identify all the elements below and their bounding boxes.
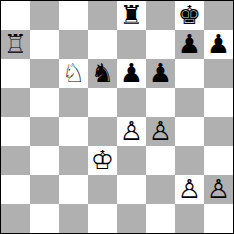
square-d1[interactable] — [88, 204, 117, 233]
square-f6[interactable]: ♟ — [146, 59, 175, 88]
square-d3[interactable]: ♔ — [88, 146, 117, 175]
square-d6[interactable]: ♞ — [88, 59, 117, 88]
square-e5[interactable] — [117, 88, 146, 117]
square-b5[interactable] — [30, 88, 59, 117]
square-g6[interactable] — [175, 59, 204, 88]
piece-white-pawn[interactable]: ♙ — [178, 175, 201, 204]
square-d8[interactable] — [88, 1, 117, 30]
square-g2[interactable]: ♙ — [175, 175, 204, 204]
piece-white-pawn[interactable]: ♙ — [207, 175, 230, 204]
piece-black-king[interactable]: ♚ — [178, 1, 201, 30]
square-e8[interactable]: ♜ — [117, 1, 146, 30]
piece-white-rook[interactable]: ♖ — [4, 30, 27, 59]
square-e3[interactable] — [117, 146, 146, 175]
square-a5[interactable] — [1, 88, 30, 117]
square-a7[interactable]: ♖ — [1, 30, 30, 59]
square-g4[interactable] — [175, 117, 204, 146]
square-f3[interactable] — [146, 146, 175, 175]
square-a6[interactable] — [1, 59, 30, 88]
square-c3[interactable] — [59, 146, 88, 175]
piece-white-king[interactable]: ♔ — [91, 146, 114, 175]
square-h1[interactable] — [204, 204, 233, 233]
square-a8[interactable] — [1, 1, 30, 30]
square-h5[interactable] — [204, 88, 233, 117]
square-h6[interactable] — [204, 59, 233, 88]
square-b1[interactable] — [30, 204, 59, 233]
square-c1[interactable] — [59, 204, 88, 233]
chess-diagram: ♜♚♖♟♟♘♞♟♟♙♙♔♙♙ — [0, 0, 234, 234]
square-f1[interactable] — [146, 204, 175, 233]
square-g3[interactable] — [175, 146, 204, 175]
square-g5[interactable] — [175, 88, 204, 117]
square-c8[interactable] — [59, 1, 88, 30]
piece-white-pawn[interactable]: ♙ — [120, 117, 143, 146]
square-e2[interactable] — [117, 175, 146, 204]
square-c7[interactable] — [59, 30, 88, 59]
piece-black-pawn[interactable]: ♟ — [149, 59, 172, 88]
square-h2[interactable]: ♙ — [204, 175, 233, 204]
square-g7[interactable]: ♟ — [175, 30, 204, 59]
square-c2[interactable] — [59, 175, 88, 204]
square-b3[interactable] — [30, 146, 59, 175]
square-g1[interactable] — [175, 204, 204, 233]
square-a3[interactable] — [1, 146, 30, 175]
square-h7[interactable]: ♟ — [204, 30, 233, 59]
square-c4[interactable] — [59, 117, 88, 146]
square-d7[interactable] — [88, 30, 117, 59]
square-c5[interactable] — [59, 88, 88, 117]
chess-board: ♜♚♖♟♟♘♞♟♟♙♙♔♙♙ — [0, 0, 234, 234]
square-h4[interactable] — [204, 117, 233, 146]
square-f5[interactable] — [146, 88, 175, 117]
square-a4[interactable] — [1, 117, 30, 146]
square-f2[interactable] — [146, 175, 175, 204]
square-e4[interactable]: ♙ — [117, 117, 146, 146]
square-g8[interactable]: ♚ — [175, 1, 204, 30]
piece-black-pawn[interactable]: ♟ — [178, 30, 201, 59]
square-f4[interactable]: ♙ — [146, 117, 175, 146]
piece-black-rook[interactable]: ♜ — [120, 1, 143, 30]
square-d4[interactable] — [88, 117, 117, 146]
square-h3[interactable] — [204, 146, 233, 175]
square-e6[interactable]: ♟ — [117, 59, 146, 88]
square-d2[interactable] — [88, 175, 117, 204]
square-c6[interactable]: ♘ — [59, 59, 88, 88]
piece-white-knight[interactable]: ♘ — [62, 59, 85, 88]
square-b6[interactable] — [30, 59, 59, 88]
square-b8[interactable] — [30, 1, 59, 30]
square-b4[interactable] — [30, 117, 59, 146]
square-e1[interactable] — [117, 204, 146, 233]
piece-black-pawn[interactable]: ♟ — [120, 59, 143, 88]
piece-black-knight[interactable]: ♞ — [91, 59, 114, 88]
square-h8[interactable] — [204, 1, 233, 30]
piece-white-pawn[interactable]: ♙ — [149, 117, 172, 146]
square-f7[interactable] — [146, 30, 175, 59]
square-a1[interactable] — [1, 204, 30, 233]
square-b7[interactable] — [30, 30, 59, 59]
square-e7[interactable] — [117, 30, 146, 59]
piece-black-pawn[interactable]: ♟ — [207, 30, 230, 59]
square-f8[interactable] — [146, 1, 175, 30]
square-b2[interactable] — [30, 175, 59, 204]
square-a2[interactable] — [1, 175, 30, 204]
square-d5[interactable] — [88, 88, 117, 117]
